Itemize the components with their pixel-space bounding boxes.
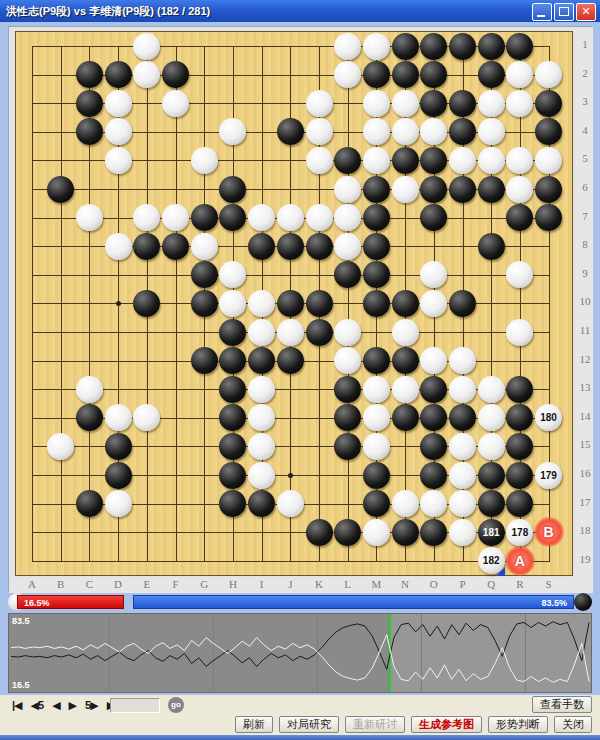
white-stone[interactable] bbox=[478, 90, 505, 117]
black-stone[interactable] bbox=[219, 433, 246, 460]
white-stone[interactable] bbox=[363, 519, 390, 546]
minimize-button[interactable] bbox=[532, 3, 552, 21]
black-stone[interactable] bbox=[506, 433, 533, 460]
white-stone[interactable] bbox=[363, 147, 390, 174]
black-stone[interactable] bbox=[363, 233, 390, 260]
white-stone[interactable] bbox=[76, 376, 103, 403]
grid-line-vertical bbox=[61, 46, 62, 562]
black-stone[interactable] bbox=[191, 204, 218, 231]
black-stone[interactable] bbox=[105, 462, 132, 489]
winrate-graph[interactable]: 83.5 16.5 bbox=[8, 613, 592, 693]
black-stone[interactable] bbox=[420, 376, 447, 403]
action-button-对局研究[interactable]: 对局研究 bbox=[279, 716, 339, 733]
grid-line-vertical bbox=[348, 46, 349, 562]
black-stone[interactable] bbox=[334, 433, 361, 460]
white-stone[interactable] bbox=[277, 204, 304, 231]
black-stone[interactable] bbox=[478, 233, 505, 260]
nav-first-move[interactable]: |◀ bbox=[12, 699, 22, 712]
black-stone[interactable] bbox=[363, 176, 390, 203]
action-buttons: 刷新对局研究重新研讨生成参考图形势判断关闭 bbox=[235, 716, 592, 733]
black-winrate-segment: 83.5% bbox=[133, 595, 574, 609]
grid-line-vertical bbox=[176, 46, 177, 562]
black-stone[interactable] bbox=[449, 290, 476, 317]
white-stone[interactable] bbox=[420, 490, 447, 517]
black-stone[interactable] bbox=[219, 347, 246, 374]
close-button[interactable]: ✕ bbox=[576, 3, 596, 21]
title-bar: 洪性志(P9段) vs 李维清(P9段) (182 / 281) ✕ bbox=[0, 0, 600, 22]
white-stone[interactable]: 179 bbox=[535, 462, 562, 489]
white-stone[interactable] bbox=[334, 347, 361, 374]
white-stone[interactable] bbox=[392, 118, 419, 145]
column-coordinate-label: G bbox=[198, 578, 210, 590]
black-stone[interactable] bbox=[191, 347, 218, 374]
black-stone[interactable] bbox=[105, 433, 132, 460]
black-stone[interactable] bbox=[76, 404, 103, 431]
white-stone[interactable] bbox=[306, 147, 333, 174]
column-coordinate-label: O bbox=[428, 578, 440, 590]
row-coordinate-label: 11 bbox=[577, 324, 593, 336]
white-stone[interactable] bbox=[219, 261, 246, 288]
white-stone[interactable] bbox=[191, 233, 218, 260]
nav-forward[interactable]: ▶ bbox=[69, 699, 76, 712]
white-stone[interactable] bbox=[478, 376, 505, 403]
window-title: 洪性志(P9段) vs 李维清(P9段) (182 / 281) bbox=[0, 4, 210, 19]
row-coordinate-strip bbox=[575, 27, 593, 593]
white-stone[interactable] bbox=[105, 147, 132, 174]
white-stone[interactable]: 180 bbox=[535, 404, 562, 431]
suggested-move-marker-A[interactable]: A bbox=[505, 546, 535, 576]
white-stone[interactable] bbox=[306, 204, 333, 231]
black-stone[interactable] bbox=[392, 147, 419, 174]
hoshi-point bbox=[116, 301, 121, 306]
white-stone[interactable] bbox=[363, 118, 390, 145]
black-stone[interactable] bbox=[219, 404, 246, 431]
row-coordinate-label: 19 bbox=[577, 553, 593, 565]
black-stone[interactable] bbox=[219, 176, 246, 203]
nav-back-5[interactable]: ◀5 bbox=[31, 699, 44, 712]
black-stone[interactable] bbox=[506, 204, 533, 231]
black-stone[interactable] bbox=[535, 118, 562, 145]
white-stone[interactable] bbox=[191, 147, 218, 174]
black-stone[interactable] bbox=[277, 233, 304, 260]
white-stone[interactable] bbox=[306, 118, 333, 145]
black-stone[interactable] bbox=[248, 233, 275, 260]
nav-forward-5[interactable]: 5▶ bbox=[85, 699, 98, 712]
black-stone[interactable] bbox=[478, 176, 505, 203]
white-stone[interactable] bbox=[105, 490, 132, 517]
white-stone[interactable] bbox=[334, 233, 361, 260]
black-stone[interactable] bbox=[363, 462, 390, 489]
white-stone[interactable] bbox=[248, 290, 275, 317]
black-stone[interactable] bbox=[449, 90, 476, 117]
white-stone[interactable] bbox=[248, 319, 275, 346]
black-stone[interactable] bbox=[363, 290, 390, 317]
black-stone[interactable] bbox=[420, 61, 447, 88]
black-stone[interactable] bbox=[133, 290, 160, 317]
black-stone[interactable] bbox=[219, 376, 246, 403]
black-stone[interactable] bbox=[47, 176, 74, 203]
row-coordinate-label: 13 bbox=[577, 381, 593, 393]
black-stone[interactable] bbox=[478, 33, 505, 60]
row-coordinate-label: 9 bbox=[577, 267, 593, 279]
black-stone[interactable] bbox=[334, 261, 361, 288]
white-stone[interactable]: 178 bbox=[506, 519, 533, 546]
column-coordinate-label: N bbox=[399, 578, 411, 590]
window-controls: ✕ bbox=[532, 3, 596, 21]
black-stone[interactable] bbox=[420, 519, 447, 546]
black-stone[interactable] bbox=[363, 347, 390, 374]
black-stone[interactable] bbox=[162, 61, 189, 88]
black-stone[interactable] bbox=[506, 462, 533, 489]
black-stone[interactable] bbox=[420, 204, 447, 231]
row-coordinate-label: 8 bbox=[577, 238, 593, 250]
black-stone[interactable] bbox=[392, 404, 419, 431]
black-stone[interactable] bbox=[133, 233, 160, 260]
white-stone[interactable] bbox=[363, 433, 390, 460]
white-stone[interactable] bbox=[392, 90, 419, 117]
column-coordinate-label: R bbox=[514, 578, 526, 590]
black-stone[interactable] bbox=[363, 490, 390, 517]
white-stone[interactable] bbox=[105, 118, 132, 145]
white-stone[interactable] bbox=[363, 33, 390, 60]
white-stone[interactable] bbox=[105, 90, 132, 117]
white-stone[interactable] bbox=[248, 404, 275, 431]
row-coordinate-label: 18 bbox=[577, 524, 593, 536]
minimize-icon bbox=[537, 15, 545, 17]
black-stone[interactable] bbox=[363, 261, 390, 288]
black-stone[interactable] bbox=[392, 61, 419, 88]
black-stone[interactable] bbox=[420, 33, 447, 60]
go-board[interactable]: 180179181178182BA bbox=[15, 31, 573, 576]
white-stone[interactable] bbox=[248, 433, 275, 460]
column-coordinate-label: M bbox=[370, 578, 382, 590]
white-stone[interactable] bbox=[420, 347, 447, 374]
white-stone[interactable] bbox=[420, 261, 447, 288]
black-stone[interactable] bbox=[277, 290, 304, 317]
column-coordinate-strip bbox=[9, 578, 593, 593]
white-stone[interactable] bbox=[392, 376, 419, 403]
black-stone[interactable] bbox=[219, 462, 246, 489]
suggested-move-marker-B[interactable]: B bbox=[534, 517, 564, 547]
column-coordinate-label: D bbox=[112, 578, 124, 590]
black-stone[interactable] bbox=[219, 319, 246, 346]
white-stone[interactable] bbox=[449, 490, 476, 517]
maximize-button[interactable] bbox=[554, 3, 574, 21]
column-coordinate-label: C bbox=[83, 578, 95, 590]
view-moves-button[interactable]: 查看手数 bbox=[532, 696, 592, 713]
white-stone[interactable] bbox=[219, 118, 246, 145]
black-stone[interactable] bbox=[420, 433, 447, 460]
column-coordinate-label: E bbox=[141, 578, 153, 590]
column-coordinate-label: S bbox=[543, 578, 555, 590]
white-winrate-segment: 16.5% bbox=[17, 595, 124, 609]
black-stone[interactable] bbox=[478, 490, 505, 517]
black-stone[interactable] bbox=[191, 261, 218, 288]
row-coordinate-label: 3 bbox=[577, 95, 593, 107]
maximize-icon bbox=[559, 7, 569, 16]
white-stone[interactable] bbox=[363, 376, 390, 403]
black-stone[interactable] bbox=[76, 61, 103, 88]
close-icon: ✕ bbox=[577, 4, 595, 20]
white-stone[interactable] bbox=[506, 319, 533, 346]
black-stone[interactable] bbox=[219, 490, 246, 517]
black-stone[interactable] bbox=[478, 61, 505, 88]
black-stone[interactable] bbox=[191, 290, 218, 317]
row-coordinate-label: 5 bbox=[577, 152, 593, 164]
column-coordinate-label: Q bbox=[485, 578, 497, 590]
white-stone[interactable] bbox=[535, 61, 562, 88]
black-winrate-value: 83.5% bbox=[541, 598, 567, 608]
white-stone[interactable] bbox=[248, 462, 275, 489]
black-stone[interactable] bbox=[478, 462, 505, 489]
white-stone[interactable] bbox=[535, 147, 562, 174]
black-stone[interactable] bbox=[449, 118, 476, 145]
white-stone[interactable] bbox=[363, 404, 390, 431]
white-stone[interactable] bbox=[162, 90, 189, 117]
white-stone[interactable] bbox=[506, 147, 533, 174]
white-stone[interactable] bbox=[133, 61, 160, 88]
white-stone[interactable] bbox=[133, 33, 160, 60]
white-stone[interactable] bbox=[449, 462, 476, 489]
black-stone[interactable] bbox=[420, 90, 447, 117]
white-stone[interactable] bbox=[105, 233, 132, 260]
black-stone[interactable] bbox=[420, 176, 447, 203]
row-coordinate-label: 6 bbox=[577, 181, 593, 193]
window-bottom-frame bbox=[0, 735, 600, 740]
move-navigation: |◀◀5◀▶5▶▶| bbox=[12, 699, 116, 712]
white-stone[interactable] bbox=[334, 319, 361, 346]
action-button-生成参考图[interactable]: 生成参考图 bbox=[411, 716, 482, 733]
black-stone[interactable] bbox=[506, 490, 533, 517]
black-stone[interactable]: 181 bbox=[478, 519, 505, 546]
white-stone[interactable] bbox=[420, 290, 447, 317]
column-coordinate-label: A bbox=[26, 578, 38, 590]
black-stone[interactable] bbox=[535, 176, 562, 203]
nav-back[interactable]: ◀ bbox=[52, 699, 59, 712]
column-coordinate-label: I bbox=[256, 578, 268, 590]
winrate-bar: 16.5% 83.5% bbox=[8, 594, 592, 610]
black-stone[interactable] bbox=[334, 404, 361, 431]
black-stone[interactable] bbox=[392, 347, 419, 374]
row-coordinate-label: 7 bbox=[577, 210, 593, 222]
white-stone[interactable] bbox=[133, 204, 160, 231]
white-stone[interactable] bbox=[478, 404, 505, 431]
black-stone[interactable] bbox=[506, 33, 533, 60]
graph-min-label: 16.5 bbox=[12, 680, 30, 690]
black-stone[interactable] bbox=[248, 347, 275, 374]
black-stone[interactable] bbox=[392, 519, 419, 546]
white-stone[interactable] bbox=[449, 433, 476, 460]
black-stone[interactable] bbox=[392, 290, 419, 317]
move-number-input[interactable] bbox=[110, 698, 160, 713]
black-stone[interactable] bbox=[506, 376, 533, 403]
white-stone[interactable] bbox=[449, 347, 476, 374]
white-stone[interactable] bbox=[363, 90, 390, 117]
white-stone[interactable] bbox=[306, 90, 333, 117]
winrate-graph-plot bbox=[9, 614, 591, 692]
black-stone[interactable] bbox=[306, 319, 333, 346]
board-panel: 180179181178182BA 1234567891011121314151… bbox=[8, 26, 592, 592]
row-coordinate-label: 10 bbox=[577, 295, 593, 307]
white-stone[interactable] bbox=[105, 404, 132, 431]
black-stone[interactable] bbox=[506, 404, 533, 431]
hoshi-point bbox=[288, 473, 293, 478]
white-stone[interactable] bbox=[334, 61, 361, 88]
black-stone[interactable] bbox=[449, 33, 476, 60]
action-button-刷新[interactable]: 刷新 bbox=[235, 716, 273, 733]
column-coordinate-label: P bbox=[457, 578, 469, 590]
white-stone[interactable] bbox=[277, 490, 304, 517]
white-stone[interactable] bbox=[76, 204, 103, 231]
black-stone-icon bbox=[574, 593, 592, 611]
white-stone[interactable] bbox=[449, 376, 476, 403]
white-stone[interactable] bbox=[334, 33, 361, 60]
black-stone[interactable] bbox=[334, 147, 361, 174]
black-stone[interactable] bbox=[334, 376, 361, 403]
white-stone[interactable] bbox=[334, 176, 361, 203]
white-stone[interactable] bbox=[478, 118, 505, 145]
white-stone[interactable] bbox=[277, 319, 304, 346]
graph-max-label: 83.5 bbox=[12, 616, 30, 626]
black-stone[interactable] bbox=[306, 519, 333, 546]
white-stone[interactable] bbox=[248, 376, 275, 403]
go-button[interactable]: go bbox=[168, 697, 184, 713]
black-stone[interactable] bbox=[219, 204, 246, 231]
black-stone[interactable] bbox=[420, 404, 447, 431]
column-coordinate-label: L bbox=[342, 578, 354, 590]
white-stone[interactable] bbox=[506, 261, 533, 288]
white-stone[interactable] bbox=[219, 290, 246, 317]
action-button-关闭[interactable]: 关闭 bbox=[554, 716, 592, 733]
black-stone[interactable] bbox=[105, 61, 132, 88]
control-bar: |◀◀5◀▶5▶▶| go 查看手数 刷新对局研究重新研讨生成参考图形势判断关闭 bbox=[0, 695, 600, 735]
row-coordinate-label: 17 bbox=[577, 496, 593, 508]
column-coordinate-label: H bbox=[227, 578, 239, 590]
black-stone[interactable] bbox=[392, 33, 419, 60]
black-stone[interactable] bbox=[535, 90, 562, 117]
white-stone[interactable] bbox=[392, 319, 419, 346]
row-coordinate-label: 12 bbox=[577, 353, 593, 365]
black-stone[interactable] bbox=[535, 204, 562, 231]
white-stone[interactable] bbox=[449, 147, 476, 174]
grid-line-vertical bbox=[32, 46, 33, 562]
black-stone[interactable] bbox=[334, 519, 361, 546]
black-stone[interactable] bbox=[306, 233, 333, 260]
white-stone[interactable] bbox=[334, 204, 361, 231]
action-button-重新研讨[interactable]: 重新研讨 bbox=[345, 716, 405, 733]
row-coordinate-label: 15 bbox=[577, 438, 593, 450]
column-coordinate-label: F bbox=[170, 578, 182, 590]
white-stone[interactable] bbox=[506, 90, 533, 117]
white-stone[interactable] bbox=[420, 118, 447, 145]
row-coordinate-label: 4 bbox=[577, 124, 593, 136]
column-coordinate-label: J bbox=[284, 578, 296, 590]
black-stone[interactable] bbox=[420, 462, 447, 489]
white-stone[interactable] bbox=[47, 433, 74, 460]
white-stone[interactable] bbox=[449, 519, 476, 546]
black-stone[interactable] bbox=[363, 61, 390, 88]
white-stone[interactable] bbox=[162, 204, 189, 231]
black-stone[interactable] bbox=[76, 118, 103, 145]
black-stone[interactable] bbox=[449, 404, 476, 431]
app-window: { "window": { "title": "洪性志(P9段) vs 李维清(… bbox=[0, 0, 600, 740]
white-stone[interactable] bbox=[478, 433, 505, 460]
row-coordinate-label: 1 bbox=[577, 38, 593, 50]
black-stone[interactable] bbox=[76, 490, 103, 517]
last-move-triangle-marker bbox=[496, 567, 505, 576]
black-stone[interactable] bbox=[277, 347, 304, 374]
black-stone[interactable] bbox=[76, 90, 103, 117]
black-stone[interactable] bbox=[162, 233, 189, 260]
row-coordinate-label: 2 bbox=[577, 67, 593, 79]
black-stone[interactable] bbox=[420, 147, 447, 174]
black-stone[interactable] bbox=[363, 204, 390, 231]
black-stone[interactable] bbox=[306, 290, 333, 317]
column-coordinate-label: K bbox=[313, 578, 325, 590]
black-stone[interactable] bbox=[449, 176, 476, 203]
column-coordinate-label: B bbox=[55, 578, 67, 590]
black-stone[interactable] bbox=[277, 118, 304, 145]
white-winrate-value: 16.5% bbox=[24, 598, 50, 608]
white-stone[interactable] bbox=[506, 176, 533, 203]
white-stone[interactable] bbox=[133, 404, 160, 431]
white-stone[interactable] bbox=[248, 204, 275, 231]
white-stone[interactable] bbox=[478, 147, 505, 174]
white-stone[interactable] bbox=[392, 176, 419, 203]
action-button-形势判断[interactable]: 形势判断 bbox=[488, 716, 548, 733]
white-stone[interactable] bbox=[392, 490, 419, 517]
row-coordinate-label: 14 bbox=[577, 410, 593, 422]
white-stone[interactable] bbox=[506, 61, 533, 88]
row-coordinate-label: 16 bbox=[577, 467, 593, 479]
black-stone[interactable] bbox=[248, 490, 275, 517]
